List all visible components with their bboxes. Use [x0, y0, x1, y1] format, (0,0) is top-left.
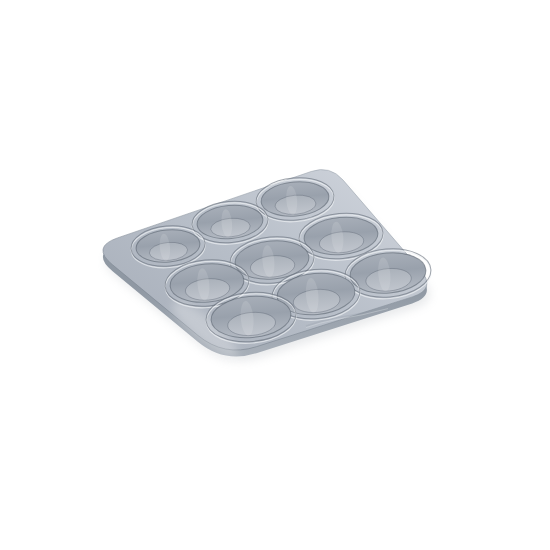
- muffin-pan-photo: [0, 0, 550, 550]
- product-image: [0, 0, 550, 550]
